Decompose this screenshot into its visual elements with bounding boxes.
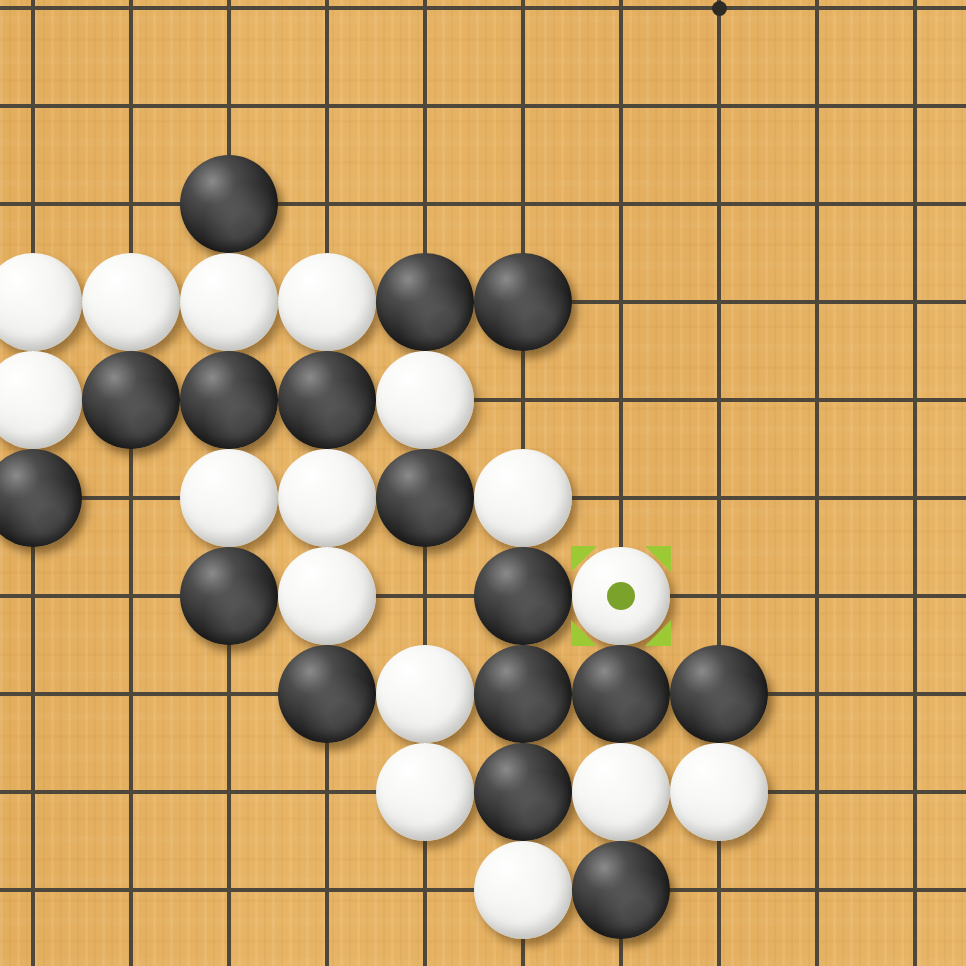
- grid-line-horizontal: [0, 202, 966, 206]
- stone-white: [278, 253, 376, 351]
- stone-black: [180, 547, 278, 645]
- stone-black: [376, 449, 474, 547]
- stone-black: [82, 351, 180, 449]
- last-move-dot-icon: [607, 582, 635, 610]
- stone-white: [0, 351, 82, 449]
- stone-black: [572, 645, 670, 743]
- grid-line-vertical: [913, 0, 917, 966]
- stone-white: [474, 841, 572, 939]
- stone-black: [474, 645, 572, 743]
- stone-black: [572, 841, 670, 939]
- stone-black: [376, 253, 474, 351]
- stone-white: [670, 743, 768, 841]
- star-point: [712, 1, 727, 16]
- stone-white: [180, 253, 278, 351]
- stone-black: [278, 645, 376, 743]
- stone-white: [376, 743, 474, 841]
- stone-white: [572, 743, 670, 841]
- stone-white: [376, 645, 474, 743]
- stone-black: [0, 449, 82, 547]
- stone-black: [278, 351, 376, 449]
- grid-line-horizontal: [0, 104, 966, 108]
- stone-white: [82, 253, 180, 351]
- stone-white: [474, 449, 572, 547]
- grid-line-vertical: [815, 0, 819, 966]
- stone-black: [180, 155, 278, 253]
- stone-white: [376, 351, 474, 449]
- go-board[interactable]: [0, 0, 966, 966]
- stone-black: [670, 645, 768, 743]
- stone-black: [474, 253, 572, 351]
- stone-black: [474, 743, 572, 841]
- stone-white: [180, 449, 278, 547]
- stone-black: [180, 351, 278, 449]
- grid-line-horizontal: [0, 6, 966, 10]
- stone-black: [474, 547, 572, 645]
- stone-white: [278, 547, 376, 645]
- stone-white: [278, 449, 376, 547]
- grid-line-vertical: [129, 0, 133, 966]
- stone-white: [0, 253, 82, 351]
